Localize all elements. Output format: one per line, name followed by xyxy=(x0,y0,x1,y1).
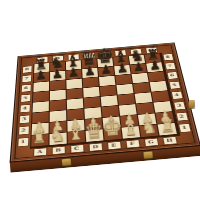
piece-slot-g7: ♟ xyxy=(130,64,147,74)
piece-black-pawn: ♟ xyxy=(116,61,128,74)
board-tilt-wrapper: 87654321 87654321 ABCDEFGH ABCDEFGH ♜♞♝♛… xyxy=(0,0,200,200)
piece-slot-a7: ♟ xyxy=(34,72,49,82)
piece-slot-d1: ♛ xyxy=(86,129,104,142)
piece-black-pawn: ♟ xyxy=(67,66,79,79)
piece-slot-b1: ♞ xyxy=(50,132,67,145)
latch-icon xyxy=(189,100,195,109)
pieces-layer: ♜♞♝♛♚♝♞♜♟♟♟♟♟♟♟♟♟♟♟♟♟♟♟♟♜♞♝♛♚♝♞♜ xyxy=(11,43,200,162)
piece-black-pawn: ♟ xyxy=(51,67,63,80)
piece-black-pawn: ♟ xyxy=(84,64,96,77)
piece-black-pawn: ♟ xyxy=(35,69,47,82)
piece-white-bishop: ♝ xyxy=(122,119,140,139)
piece-slot-b7: ♟ xyxy=(50,71,65,81)
piece-white-bishop: ♝ xyxy=(67,124,85,144)
piece-white-rook: ♜ xyxy=(160,118,176,135)
piece-slot-e1: ♚ xyxy=(104,128,122,141)
piece-slot-e7: ♟ xyxy=(98,66,114,76)
piece-slot-g1: ♞ xyxy=(140,125,159,137)
piece-black-pawn: ♟ xyxy=(133,60,145,73)
piece-slot-f1: ♝ xyxy=(122,126,141,138)
scene: 87654321 87654321 ABCDEFGH ABCDEFGH ♜♞♝♛… xyxy=(0,0,200,200)
piece-slot-c1: ♝ xyxy=(68,131,86,144)
piece-slot-h7: ♟ xyxy=(146,62,163,72)
piece-white-king: ♚ xyxy=(101,116,123,140)
piece-slot-c7: ♟ xyxy=(66,69,82,79)
piece-slot-d7: ♟ xyxy=(82,68,98,78)
piece-slot-a1: ♜ xyxy=(31,134,48,147)
hinge-icon xyxy=(144,151,153,158)
piece-slot-f7: ♟ xyxy=(114,65,130,75)
piece-black-pawn: ♟ xyxy=(100,63,112,76)
hinge-icon xyxy=(61,159,70,166)
piece-white-knight: ♞ xyxy=(49,126,66,145)
piece-white-rook: ♜ xyxy=(31,129,47,146)
piece-white-knight: ♞ xyxy=(141,118,158,137)
piece-slot-h1: ♜ xyxy=(158,123,177,135)
piece-black-pawn: ♟ xyxy=(149,59,161,72)
chess-board: 87654321 87654321 ABCDEFGH ABCDEFGH ♜♞♝♛… xyxy=(10,42,200,162)
